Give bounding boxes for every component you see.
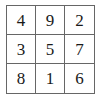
cell-r3c2: 1 [36, 64, 65, 93]
cell-r3c3: 6 [65, 64, 94, 93]
cell-r1c3: 2 [65, 6, 94, 35]
cell-r3c1: 8 [7, 64, 36, 93]
cell-r2c3: 7 [65, 35, 94, 64]
magic-square-board: 492357816 [6, 5, 95, 94]
cell-r2c1: 3 [7, 35, 36, 64]
cell-r2c2: 5 [36, 35, 65, 64]
cell-r1c1: 4 [7, 6, 36, 35]
cell-r1c2: 9 [36, 6, 65, 35]
